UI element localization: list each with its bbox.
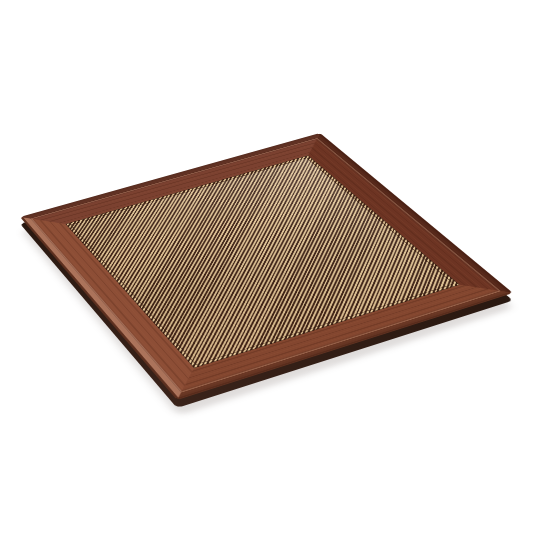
chess-board[interactable]: [20, 133, 513, 400]
product-photo-background: [0, 0, 540, 540]
